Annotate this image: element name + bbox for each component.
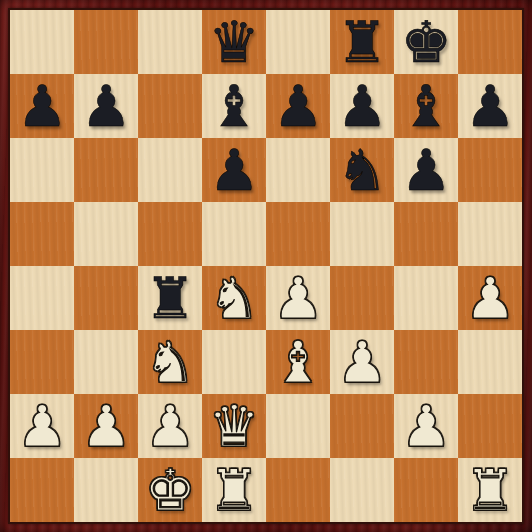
square-h5[interactable] (458, 202, 522, 266)
square-a3[interactable] (10, 330, 74, 394)
square-c5[interactable] (138, 202, 202, 266)
square-d7[interactable]: ♝ (202, 74, 266, 138)
square-e6[interactable] (266, 138, 330, 202)
black-pawn[interactable]: ♟ (458, 74, 522, 138)
square-c1[interactable]: ♚ (138, 458, 202, 522)
black-pawn[interactable]: ♟ (202, 138, 266, 202)
square-f2[interactable] (330, 394, 394, 458)
square-g7[interactable]: ♝ (394, 74, 458, 138)
square-b1[interactable] (74, 458, 138, 522)
square-d1[interactable]: ♜ (202, 458, 266, 522)
black-pawn[interactable]: ♟ (394, 138, 458, 202)
square-c7[interactable] (138, 74, 202, 138)
square-a6[interactable] (10, 138, 74, 202)
black-rook[interactable]: ♜ (138, 266, 202, 330)
black-pawn[interactable]: ♟ (266, 74, 330, 138)
white-bishop[interactable]: ♝ (266, 330, 330, 394)
square-c8[interactable] (138, 10, 202, 74)
white-rook[interactable]: ♜ (202, 458, 266, 522)
square-a4[interactable] (10, 266, 74, 330)
square-h8[interactable] (458, 10, 522, 74)
square-g8[interactable]: ♚ (394, 10, 458, 74)
square-e2[interactable] (266, 394, 330, 458)
square-e3[interactable]: ♝ (266, 330, 330, 394)
square-e7[interactable]: ♟ (266, 74, 330, 138)
white-knight[interactable]: ♞ (202, 266, 266, 330)
square-g2[interactable]: ♟ (394, 394, 458, 458)
square-f5[interactable] (330, 202, 394, 266)
square-h4[interactable]: ♟ (458, 266, 522, 330)
white-pawn[interactable]: ♟ (394, 394, 458, 458)
square-e4[interactable]: ♟ (266, 266, 330, 330)
square-f1[interactable] (330, 458, 394, 522)
square-d8[interactable]: ♛ (202, 10, 266, 74)
square-f8[interactable]: ♜ (330, 10, 394, 74)
square-b8[interactable] (74, 10, 138, 74)
square-c3[interactable]: ♞ (138, 330, 202, 394)
black-pawn[interactable]: ♟ (74, 74, 138, 138)
white-pawn[interactable]: ♟ (458, 266, 522, 330)
square-h1[interactable]: ♜ (458, 458, 522, 522)
square-b4[interactable] (74, 266, 138, 330)
square-f6[interactable]: ♞ (330, 138, 394, 202)
black-pawn[interactable]: ♟ (10, 74, 74, 138)
square-b2[interactable]: ♟ (74, 394, 138, 458)
square-g5[interactable] (394, 202, 458, 266)
square-e8[interactable] (266, 10, 330, 74)
square-d4[interactable]: ♞ (202, 266, 266, 330)
black-queen[interactable]: ♛ (202, 10, 266, 74)
square-c2[interactable]: ♟ (138, 394, 202, 458)
board-frame: ♛♜♚♟♟♝♟♟♝♟♟♞♟♜♞♟♟♞♝♟♟♟♟♛♟♚♜♜ (0, 0, 532, 532)
white-knight[interactable]: ♞ (138, 330, 202, 394)
black-rook[interactable]: ♜ (330, 10, 394, 74)
square-d5[interactable] (202, 202, 266, 266)
square-h6[interactable] (458, 138, 522, 202)
square-d2[interactable]: ♛ (202, 394, 266, 458)
square-g6[interactable]: ♟ (394, 138, 458, 202)
square-e5[interactable] (266, 202, 330, 266)
square-h7[interactable]: ♟ (458, 74, 522, 138)
black-knight[interactable]: ♞ (330, 138, 394, 202)
square-h3[interactable] (458, 330, 522, 394)
white-pawn[interactable]: ♟ (10, 394, 74, 458)
square-g3[interactable] (394, 330, 458, 394)
square-d6[interactable]: ♟ (202, 138, 266, 202)
chess-board: ♛♜♚♟♟♝♟♟♝♟♟♞♟♜♞♟♟♞♝♟♟♟♟♛♟♚♜♜ (8, 8, 524, 524)
square-c4[interactable]: ♜ (138, 266, 202, 330)
black-bishop[interactable]: ♝ (202, 74, 266, 138)
black-king[interactable]: ♚ (394, 10, 458, 74)
square-a7[interactable]: ♟ (10, 74, 74, 138)
square-b6[interactable] (74, 138, 138, 202)
white-pawn[interactable]: ♟ (330, 330, 394, 394)
square-a8[interactable] (10, 10, 74, 74)
square-d3[interactable] (202, 330, 266, 394)
square-a1[interactable] (10, 458, 74, 522)
white-pawn[interactable]: ♟ (138, 394, 202, 458)
square-g4[interactable] (394, 266, 458, 330)
white-king[interactable]: ♚ (138, 458, 202, 522)
black-bishop[interactable]: ♝ (394, 74, 458, 138)
square-h2[interactable] (458, 394, 522, 458)
square-b5[interactable] (74, 202, 138, 266)
white-queen[interactable]: ♛ (202, 394, 266, 458)
square-b3[interactable] (74, 330, 138, 394)
white-rook[interactable]: ♜ (458, 458, 522, 522)
square-a5[interactable] (10, 202, 74, 266)
square-g1[interactable] (394, 458, 458, 522)
white-pawn[interactable]: ♟ (266, 266, 330, 330)
black-pawn[interactable]: ♟ (330, 74, 394, 138)
white-pawn[interactable]: ♟ (74, 394, 138, 458)
square-f7[interactable]: ♟ (330, 74, 394, 138)
square-f3[interactable]: ♟ (330, 330, 394, 394)
square-f4[interactable] (330, 266, 394, 330)
square-e1[interactable] (266, 458, 330, 522)
square-c6[interactable] (138, 138, 202, 202)
square-a2[interactable]: ♟ (10, 394, 74, 458)
square-b7[interactable]: ♟ (74, 74, 138, 138)
